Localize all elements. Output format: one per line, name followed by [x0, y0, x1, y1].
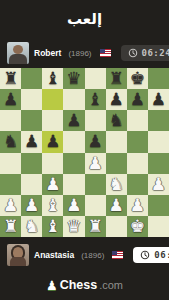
white-pawn[interactable]: ♟ [130, 197, 145, 214]
white-pawn[interactable]: ♟ [3, 197, 18, 214]
black-rook[interactable]: ♜ [3, 70, 18, 87]
square-g5[interactable] [127, 131, 148, 152]
square-a4[interactable] [0, 153, 21, 174]
white-knight[interactable]: ♞ [24, 218, 39, 235]
white-rook[interactable]: ♜ [3, 218, 18, 235]
top-player-bar: Robert (1896) 06:24 [0, 38, 169, 68]
square-a1[interactable]: ♜ [0, 216, 21, 237]
square-b4[interactable] [21, 153, 42, 174]
square-e5[interactable]: ♟ [85, 131, 106, 152]
square-h1[interactable] [148, 216, 169, 237]
square-c5[interactable]: ♟ [42, 131, 63, 152]
square-a6[interactable] [0, 110, 21, 131]
square-g2[interactable]: ♟ [127, 195, 148, 216]
square-a7[interactable]: ♟ [0, 89, 21, 110]
square-a3[interactable] [0, 174, 21, 195]
black-pawn[interactable]: ♟ [109, 91, 124, 108]
logo-text: Chess [60, 278, 98, 292]
square-c1[interactable]: ♝ [42, 216, 63, 237]
square-f4[interactable] [106, 153, 127, 174]
square-b6[interactable] [21, 110, 42, 131]
square-g3[interactable] [127, 174, 148, 195]
square-f2[interactable]: ♟ [106, 195, 127, 216]
white-pawn[interactable]: ♟ [151, 176, 166, 193]
white-king[interactable]: ♚ [130, 218, 145, 235]
black-bishop[interactable]: ♝ [87, 91, 102, 108]
black-pawn[interactable]: ♟ [130, 91, 145, 108]
square-c3[interactable]: ♟ [42, 174, 63, 195]
black-pawn[interactable]: ♟ [66, 112, 81, 129]
black-pawn[interactable]: ♟ [87, 133, 102, 150]
logo-suffix-text: .com [99, 279, 123, 291]
black-pawn[interactable]: ♟ [151, 91, 166, 108]
square-h7[interactable]: ♟ [148, 89, 169, 110]
square-d6[interactable]: ♟ [63, 110, 84, 131]
square-d3[interactable] [63, 174, 84, 195]
square-f5[interactable] [106, 131, 127, 152]
us-flag-icon [100, 49, 111, 57]
square-e3[interactable] [85, 174, 106, 195]
square-f1[interactable] [106, 216, 127, 237]
black-knight[interactable]: ♞ [3, 133, 18, 150]
square-h6[interactable] [148, 110, 169, 131]
square-h8[interactable] [148, 68, 169, 89]
square-d8[interactable]: ♛ [63, 68, 84, 89]
square-c6[interactable] [42, 110, 63, 131]
square-a5[interactable]: ♞ [0, 131, 21, 152]
square-e6[interactable] [85, 110, 106, 131]
square-h2[interactable] [148, 195, 169, 216]
white-queen[interactable]: ♛ [66, 218, 81, 235]
white-pawn[interactable]: ♟ [45, 176, 60, 193]
black-pawn[interactable]: ♟ [45, 133, 60, 150]
bottom-player-bar: Anastasia (1896) 06:56 [0, 240, 169, 270]
square-g4[interactable] [127, 153, 148, 174]
square-f8[interactable]: ♜ [106, 68, 127, 89]
square-b1[interactable]: ♞ [21, 216, 42, 237]
square-c2[interactable]: ♝ [42, 195, 63, 216]
white-pawn[interactable]: ♟ [66, 197, 81, 214]
square-e4[interactable]: ♟ [85, 153, 106, 174]
black-bishop[interactable]: ♝ [45, 70, 60, 87]
square-d2[interactable]: ♟ [63, 195, 84, 216]
top-player-name[interactable]: Robert [34, 48, 61, 58]
square-c4[interactable] [42, 153, 63, 174]
black-pawn[interactable]: ♟ [3, 91, 18, 108]
us-flag-icon [112, 251, 123, 259]
square-b3[interactable] [21, 174, 42, 195]
square-d1[interactable]: ♛ [63, 216, 84, 237]
page-title: إلعب [0, 0, 169, 38]
bottom-player-clock: 06:56 [133, 247, 169, 263]
white-pawn[interactable]: ♟ [24, 197, 39, 214]
pawn-logo-icon: ♟ [46, 279, 58, 292]
square-f7[interactable]: ♟ [106, 89, 127, 110]
clock-icon [140, 250, 150, 260]
square-f3[interactable]: ♞ [106, 174, 127, 195]
square-b8[interactable] [21, 68, 42, 89]
top-player-avatar[interactable] [7, 42, 29, 64]
top-player-rating: (1896) [68, 49, 91, 58]
white-bishop[interactable]: ♝ [45, 218, 60, 235]
square-c8[interactable]: ♝ [42, 68, 63, 89]
square-g7[interactable]: ♟ [127, 89, 148, 110]
bottom-clock-time: 06:56 [154, 250, 169, 260]
chesscom-logo[interactable]: ♟ Chess .com [0, 278, 169, 292]
black-queen[interactable]: ♛ [66, 70, 81, 87]
square-b2[interactable]: ♟ [21, 195, 42, 216]
square-e1[interactable]: ♜ [85, 216, 106, 237]
black-rook[interactable]: ♜ [109, 70, 124, 87]
clock-icon [128, 48, 138, 58]
square-c7[interactable] [42, 89, 63, 110]
square-g6[interactable] [127, 110, 148, 131]
square-g1[interactable]: ♚ [127, 216, 148, 237]
square-d7[interactable] [63, 89, 84, 110]
bottom-player-avatar[interactable] [7, 244, 29, 266]
square-g8[interactable]: ♚ [127, 68, 148, 89]
square-h3[interactable]: ♟ [148, 174, 169, 195]
square-f6[interactable]: ♞ [106, 110, 127, 131]
square-b7[interactable] [21, 89, 42, 110]
bottom-player-rating: (1896) [81, 251, 104, 260]
black-pawn[interactable]: ♟ [24, 133, 39, 150]
square-d4[interactable] [63, 153, 84, 174]
chess-board[interactable]: ♜♝♛♜♚♟♝♟♟♟♟♞♞♟♟♟♟♟♞♟♟♟♝♟♟♟♜♞♝♛♜♚ [0, 68, 169, 237]
white-knight[interactable]: ♞ [109, 176, 124, 193]
top-clock-time: 06:24 [142, 48, 169, 58]
black-knight[interactable]: ♞ [109, 112, 124, 129]
white-bishop[interactable]: ♝ [45, 197, 60, 214]
square-d5[interactable] [63, 131, 84, 152]
top-player-clock: 06:24 [121, 45, 169, 61]
square-e2[interactable] [85, 195, 106, 216]
square-e7[interactable]: ♝ [85, 89, 106, 110]
square-a8[interactable]: ♜ [0, 68, 21, 89]
square-h4[interactable] [148, 153, 169, 174]
square-h5[interactable] [148, 131, 169, 152]
bottom-player-name[interactable]: Anastasia [34, 250, 74, 260]
black-king[interactable]: ♚ [130, 70, 145, 87]
square-b5[interactable]: ♟ [21, 131, 42, 152]
white-pawn[interactable]: ♟ [109, 197, 124, 214]
white-rook[interactable]: ♜ [87, 218, 102, 235]
square-a2[interactable]: ♟ [0, 195, 21, 216]
square-e8[interactable] [85, 68, 106, 89]
white-pawn[interactable]: ♟ [87, 155, 102, 172]
